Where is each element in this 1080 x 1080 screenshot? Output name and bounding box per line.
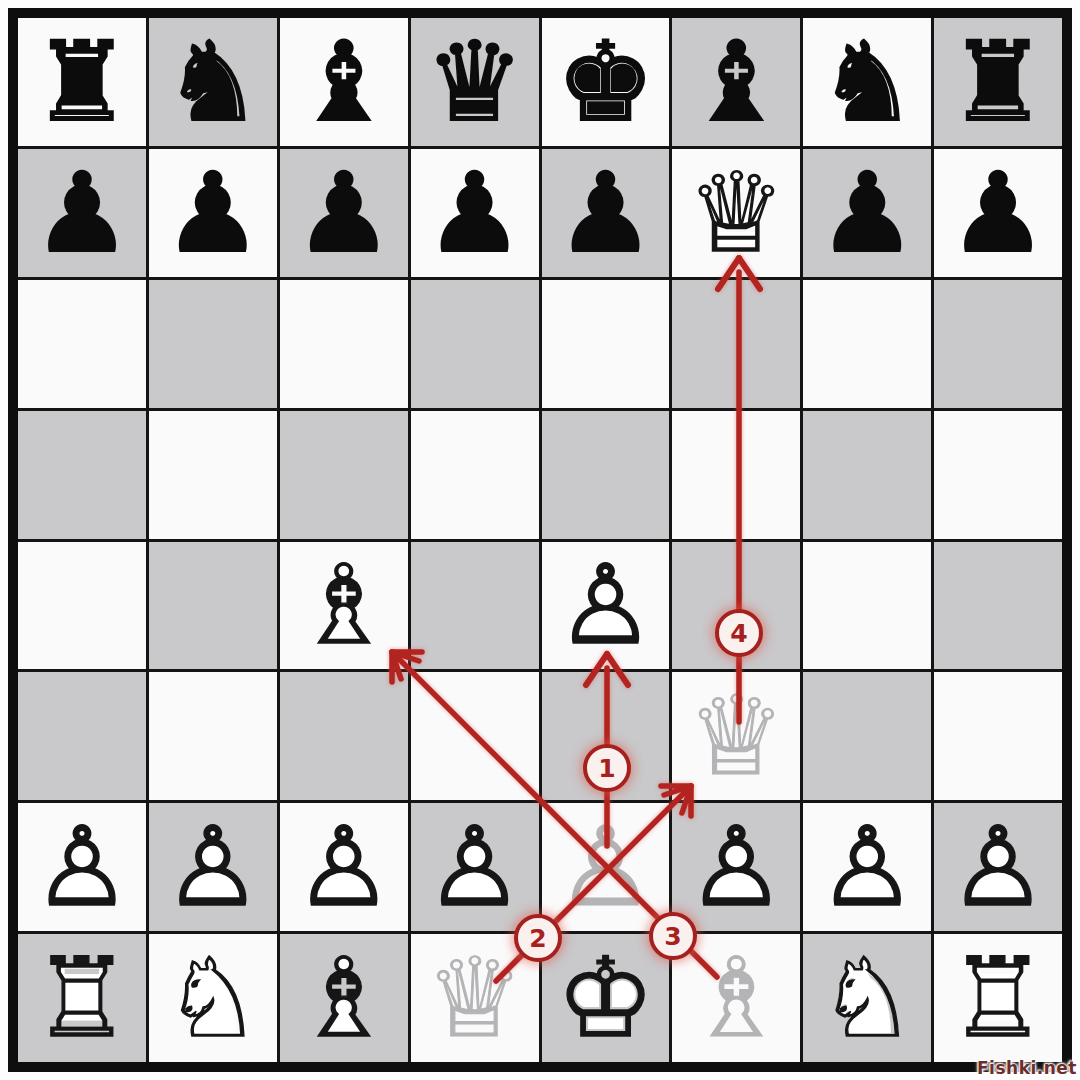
square-e5 bbox=[542, 411, 670, 539]
piece-white-pawn: ♟♙ bbox=[818, 812, 917, 922]
square-c7: ♟ bbox=[280, 149, 408, 277]
piece-white-pawn-outline: ♙ bbox=[294, 812, 393, 922]
square-b6 bbox=[149, 280, 277, 408]
piece-white-pawn: ♟♙ bbox=[33, 812, 132, 922]
piece-black-pawn: ♟ bbox=[164, 158, 263, 268]
square-e2: ♟♙ bbox=[542, 803, 670, 931]
square-g1: ♞♘ bbox=[803, 934, 931, 1062]
square-b7: ♟ bbox=[149, 149, 277, 277]
square-a5 bbox=[18, 411, 146, 539]
square-d8: ♛ bbox=[411, 18, 539, 146]
move-number-text: 3 bbox=[664, 924, 681, 949]
piece-white-king: ♚♔ bbox=[556, 943, 655, 1053]
square-f8: ♝ bbox=[672, 18, 800, 146]
piece-black-bishop: ♝ bbox=[294, 27, 393, 137]
square-d6 bbox=[411, 280, 539, 408]
square-h3 bbox=[934, 672, 1062, 800]
square-c6 bbox=[280, 280, 408, 408]
ghost-white-bishop: ♝♗ bbox=[687, 943, 786, 1053]
ghost-white-pawn-outline: ♙ bbox=[556, 812, 655, 922]
square-f2: ♟♙ bbox=[672, 803, 800, 931]
piece-white-king-outline: ♔ bbox=[556, 943, 655, 1053]
piece-white-knight: ♞♘ bbox=[818, 943, 917, 1053]
square-a4 bbox=[18, 542, 146, 670]
piece-black-rook: ♜ bbox=[949, 27, 1048, 137]
piece-black-queen: ♛ bbox=[425, 27, 524, 137]
square-h1: ♜♖ bbox=[934, 934, 1062, 1062]
piece-white-pawn-outline: ♙ bbox=[425, 812, 524, 922]
square-g2: ♟♙ bbox=[803, 803, 931, 931]
square-b8: ♞ bbox=[149, 18, 277, 146]
square-g7: ♟ bbox=[803, 149, 931, 277]
square-h6 bbox=[934, 280, 1062, 408]
square-a8: ♜ bbox=[18, 18, 146, 146]
square-d7: ♟ bbox=[411, 149, 539, 277]
piece-white-pawn: ♟♙ bbox=[949, 812, 1048, 922]
square-e6 bbox=[542, 280, 670, 408]
square-f6 bbox=[672, 280, 800, 408]
piece-white-rook-outline: ♖ bbox=[949, 943, 1048, 1053]
move-number-badge-2: 2 bbox=[514, 914, 562, 962]
piece-white-pawn-outline: ♙ bbox=[556, 550, 655, 660]
square-c1: ♝♗ bbox=[280, 934, 408, 1062]
watermark: Fishki.net bbox=[977, 1058, 1077, 1078]
piece-white-pawn: ♟♙ bbox=[425, 812, 524, 922]
ghost-white-pawn: ♟♙ bbox=[556, 812, 655, 922]
piece-black-pawn: ♟ bbox=[33, 158, 132, 268]
move-number-text: 1 bbox=[598, 756, 615, 781]
square-b5 bbox=[149, 411, 277, 539]
square-e8: ♚ bbox=[542, 18, 670, 146]
piece-white-bishop: ♝♗ bbox=[294, 943, 393, 1053]
piece-white-queen-outline: ♕ bbox=[687, 158, 786, 268]
piece-black-pawn: ♟ bbox=[949, 158, 1048, 268]
square-h5 bbox=[934, 411, 1062, 539]
square-c8: ♝ bbox=[280, 18, 408, 146]
square-b4 bbox=[149, 542, 277, 670]
piece-black-knight: ♞ bbox=[818, 27, 917, 137]
piece-black-pawn: ♟ bbox=[556, 158, 655, 268]
move-number-badge-3: 3 bbox=[649, 912, 697, 960]
piece-black-bishop: ♝ bbox=[687, 27, 786, 137]
square-a1: ♜♖ bbox=[18, 934, 146, 1062]
piece-white-pawn-outline: ♙ bbox=[687, 812, 786, 922]
piece-white-pawn: ♟♙ bbox=[164, 812, 263, 922]
square-g5 bbox=[803, 411, 931, 539]
ghost-white-bishop-outline: ♗ bbox=[687, 943, 786, 1053]
square-g3 bbox=[803, 672, 931, 800]
piece-white-pawn: ♟♙ bbox=[294, 812, 393, 922]
piece-white-pawn-outline: ♙ bbox=[164, 812, 263, 922]
piece-white-rook: ♜♖ bbox=[949, 943, 1048, 1053]
ghost-white-queen-outline: ♕ bbox=[687, 681, 786, 791]
chess-diagram-page: ♜♞♝♛♚♝♞♜♟♟♟♟♟♛♕♟♟♝♗♟♙♛♕♟♙♟♙♟♙♟♙♟♙♟♙♟♙♟♙♜… bbox=[0, 0, 1080, 1080]
ghost-white-queen-outline: ♕ bbox=[425, 943, 524, 1053]
square-b3 bbox=[149, 672, 277, 800]
square-a6 bbox=[18, 280, 146, 408]
piece-white-pawn-outline: ♙ bbox=[949, 812, 1048, 922]
piece-black-knight: ♞ bbox=[164, 27, 263, 137]
piece-white-bishop: ♝♗ bbox=[294, 550, 393, 660]
piece-white-bishop-outline: ♗ bbox=[294, 943, 393, 1053]
square-a2: ♟♙ bbox=[18, 803, 146, 931]
square-g6 bbox=[803, 280, 931, 408]
piece-black-king: ♚ bbox=[556, 27, 655, 137]
piece-white-rook: ♜♖ bbox=[33, 943, 132, 1053]
square-f3: ♛♕ bbox=[672, 672, 800, 800]
piece-white-knight: ♞♘ bbox=[164, 943, 263, 1053]
square-h7: ♟ bbox=[934, 149, 1062, 277]
piece-white-knight-outline: ♘ bbox=[818, 943, 917, 1053]
piece-white-pawn-outline: ♙ bbox=[33, 812, 132, 922]
board-grid: ♜♞♝♛♚♝♞♜♟♟♟♟♟♛♕♟♟♝♗♟♙♛♕♟♙♟♙♟♙♟♙♟♙♟♙♟♙♟♙♜… bbox=[18, 18, 1062, 1062]
piece-white-pawn-outline: ♙ bbox=[818, 812, 917, 922]
square-d2: ♟♙ bbox=[411, 803, 539, 931]
piece-black-pawn: ♟ bbox=[294, 158, 393, 268]
square-f1: ♝♗ bbox=[672, 934, 800, 1062]
piece-white-pawn: ♟♙ bbox=[687, 812, 786, 922]
piece-black-pawn: ♟ bbox=[818, 158, 917, 268]
square-g4 bbox=[803, 542, 931, 670]
move-number-text: 4 bbox=[730, 621, 747, 646]
square-h8: ♜ bbox=[934, 18, 1062, 146]
ghost-white-queen: ♛♕ bbox=[425, 943, 524, 1053]
move-number-badge-1: 1 bbox=[583, 744, 631, 792]
square-g8: ♞ bbox=[803, 18, 931, 146]
ghost-white-queen: ♛♕ bbox=[687, 681, 786, 791]
move-number-text: 2 bbox=[529, 926, 546, 951]
square-f5 bbox=[672, 411, 800, 539]
piece-black-rook: ♜ bbox=[33, 27, 132, 137]
piece-white-knight-outline: ♘ bbox=[164, 943, 263, 1053]
piece-black-pawn: ♟ bbox=[425, 158, 524, 268]
piece-white-bishop-outline: ♗ bbox=[294, 550, 393, 660]
square-e4: ♟♙ bbox=[542, 542, 670, 670]
square-f7: ♛♕ bbox=[672, 149, 800, 277]
square-e1: ♚♔ bbox=[542, 934, 670, 1062]
square-d3 bbox=[411, 672, 539, 800]
square-h4 bbox=[934, 542, 1062, 670]
piece-white-queen: ♛♕ bbox=[687, 158, 786, 268]
square-d4 bbox=[411, 542, 539, 670]
chess-board: ♜♞♝♛♚♝♞♜♟♟♟♟♟♛♕♟♟♝♗♟♙♛♕♟♙♟♙♟♙♟♙♟♙♟♙♟♙♟♙♜… bbox=[8, 8, 1072, 1072]
square-e7: ♟ bbox=[542, 149, 670, 277]
piece-white-pawn: ♟♙ bbox=[556, 550, 655, 660]
square-a7: ♟ bbox=[18, 149, 146, 277]
piece-white-rook-outline: ♖ bbox=[33, 943, 132, 1053]
square-c5 bbox=[280, 411, 408, 539]
square-h2: ♟♙ bbox=[934, 803, 1062, 931]
square-c4: ♝♗ bbox=[280, 542, 408, 670]
square-b2: ♟♙ bbox=[149, 803, 277, 931]
square-c3 bbox=[280, 672, 408, 800]
move-number-badge-4: 4 bbox=[715, 609, 763, 657]
square-b1: ♞♘ bbox=[149, 934, 277, 1062]
square-a3 bbox=[18, 672, 146, 800]
square-d5 bbox=[411, 411, 539, 539]
square-c2: ♟♙ bbox=[280, 803, 408, 931]
